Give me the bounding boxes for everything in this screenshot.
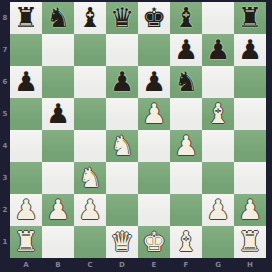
piece-white-knight[interactable]: ♞: [106, 130, 138, 162]
square-d7[interactable]: [106, 34, 138, 66]
square-h7[interactable]: ♟: [234, 34, 266, 66]
square-b1[interactable]: [42, 226, 74, 258]
square-e7[interactable]: [138, 34, 170, 66]
square-h4[interactable]: [234, 130, 266, 162]
square-c5[interactable]: [74, 98, 106, 130]
square-a3[interactable]: [10, 162, 42, 194]
square-a5[interactable]: [10, 98, 42, 130]
file-label-g: G: [202, 258, 234, 272]
square-e2[interactable]: [138, 194, 170, 226]
square-d1[interactable]: ♛: [106, 226, 138, 258]
square-c6[interactable]: [74, 66, 106, 98]
square-e1[interactable]: ♚: [138, 226, 170, 258]
rank-label-5: 5: [0, 98, 10, 130]
square-g8[interactable]: [202, 2, 234, 34]
rank-label-4: 4: [0, 130, 10, 162]
square-h1[interactable]: ♜: [234, 226, 266, 258]
square-g7[interactable]: ♟: [202, 34, 234, 66]
square-a8[interactable]: ♜: [10, 2, 42, 34]
file-label-d: D: [106, 258, 138, 272]
square-e5[interactable]: ♟: [138, 98, 170, 130]
square-h6[interactable]: [234, 66, 266, 98]
square-c1[interactable]: [74, 226, 106, 258]
piece-black-bishop[interactable]: ♝: [170, 2, 202, 34]
square-f7[interactable]: ♟: [170, 34, 202, 66]
square-g1[interactable]: [202, 226, 234, 258]
piece-black-pawn[interactable]: ♟: [138, 66, 170, 98]
square-f2[interactable]: [170, 194, 202, 226]
piece-black-knight[interactable]: ♞: [42, 2, 74, 34]
square-f4[interactable]: ♟: [170, 130, 202, 162]
piece-white-knight[interactable]: ♞: [74, 162, 106, 194]
square-a7[interactable]: [10, 34, 42, 66]
piece-white-rook[interactable]: ♜: [10, 226, 42, 258]
rank-label-2: 2: [0, 194, 10, 226]
square-b8[interactable]: ♞: [42, 2, 74, 34]
square-b4[interactable]: [42, 130, 74, 162]
rank-label-7: 7: [0, 34, 10, 66]
square-b5[interactable]: ♟: [42, 98, 74, 130]
square-g2[interactable]: ♟: [202, 194, 234, 226]
square-e3[interactable]: [138, 162, 170, 194]
square-d4[interactable]: ♞: [106, 130, 138, 162]
piece-white-rook[interactable]: ♜: [234, 226, 266, 258]
chess-board-frame: 87654321 ♜♞♝♛♚♝♜♟♟♟♟♟♟♞♟♟♝♞♟♞♟♟♟♟♟♜♛♚♝♜ …: [0, 0, 272, 272]
square-d3[interactable]: [106, 162, 138, 194]
piece-white-pawn[interactable]: ♟: [74, 194, 106, 226]
square-b3[interactable]: [42, 162, 74, 194]
square-c2[interactable]: ♟: [74, 194, 106, 226]
square-g4[interactable]: [202, 130, 234, 162]
square-c3[interactable]: ♞: [74, 162, 106, 194]
square-h5[interactable]: [234, 98, 266, 130]
square-g6[interactable]: [202, 66, 234, 98]
piece-black-queen[interactable]: ♛: [106, 2, 138, 34]
square-b6[interactable]: [42, 66, 74, 98]
rank-label-3: 3: [0, 162, 10, 194]
file-label-a: A: [10, 258, 42, 272]
square-c4[interactable]: [74, 130, 106, 162]
square-e8[interactable]: ♚: [138, 2, 170, 34]
square-e4[interactable]: [138, 130, 170, 162]
file-label-e: E: [138, 258, 170, 272]
piece-black-pawn[interactable]: ♟: [106, 66, 138, 98]
square-g5[interactable]: ♝: [202, 98, 234, 130]
square-d5[interactable]: [106, 98, 138, 130]
rank-label-1: 1: [0, 226, 10, 258]
piece-white-queen[interactable]: ♛: [106, 226, 138, 258]
rank-label-8: 8: [0, 2, 10, 34]
file-label-h: H: [234, 258, 266, 272]
piece-white-pawn[interactable]: ♟: [10, 194, 42, 226]
square-f5[interactable]: [170, 98, 202, 130]
square-b2[interactable]: ♟: [42, 194, 74, 226]
square-a6[interactable]: ♟: [10, 66, 42, 98]
square-e6[interactable]: ♟: [138, 66, 170, 98]
piece-black-rook[interactable]: ♜: [234, 2, 266, 34]
square-g3[interactable]: [202, 162, 234, 194]
square-f6[interactable]: ♞: [170, 66, 202, 98]
piece-white-pawn[interactable]: ♟: [202, 194, 234, 226]
rank-labels: 87654321: [0, 2, 10, 258]
square-f3[interactable]: [170, 162, 202, 194]
square-a4[interactable]: [10, 130, 42, 162]
piece-black-pawn[interactable]: ♟: [42, 98, 74, 130]
piece-white-bishop[interactable]: ♝: [170, 226, 202, 258]
piece-white-pawn[interactable]: ♟: [42, 194, 74, 226]
square-a2[interactable]: ♟: [10, 194, 42, 226]
square-a1[interactable]: ♜: [10, 226, 42, 258]
file-label-b: B: [42, 258, 74, 272]
square-b7[interactable]: [42, 34, 74, 66]
piece-black-king[interactable]: ♚: [138, 2, 170, 34]
piece-white-bishop[interactable]: ♝: [202, 98, 234, 130]
piece-white-pawn[interactable]: ♟: [170, 130, 202, 162]
chess-board: ♜♞♝♛♚♝♜♟♟♟♟♟♟♞♟♟♝♞♟♞♟♟♟♟♟♜♛♚♝♜: [10, 2, 266, 258]
file-label-f: F: [170, 258, 202, 272]
piece-black-bishop[interactable]: ♝: [74, 2, 106, 34]
square-h8[interactable]: ♜: [234, 2, 266, 34]
piece-black-pawn[interactable]: ♟: [202, 34, 234, 66]
piece-black-rook[interactable]: ♜: [10, 2, 42, 34]
piece-white-pawn[interactable]: ♟: [234, 194, 266, 226]
file-labels: ABCDEFGH: [10, 258, 266, 272]
piece-black-pawn[interactable]: ♟: [234, 34, 266, 66]
piece-black-pawn[interactable]: ♟: [170, 34, 202, 66]
piece-white-king[interactable]: ♚: [138, 226, 170, 258]
square-c7[interactable]: [74, 34, 106, 66]
rank-label-6: 6: [0, 66, 10, 98]
piece-white-pawn[interactable]: ♟: [138, 98, 170, 130]
square-f8[interactable]: ♝: [170, 2, 202, 34]
square-d6[interactable]: ♟: [106, 66, 138, 98]
square-d8[interactable]: ♛: [106, 2, 138, 34]
square-h2[interactable]: ♟: [234, 194, 266, 226]
square-h3[interactable]: [234, 162, 266, 194]
square-c8[interactable]: ♝: [74, 2, 106, 34]
file-label-c: C: [74, 258, 106, 272]
piece-black-pawn[interactable]: ♟: [10, 66, 42, 98]
piece-black-knight[interactable]: ♞: [170, 66, 202, 98]
square-d2[interactable]: [106, 194, 138, 226]
square-f1[interactable]: ♝: [170, 226, 202, 258]
